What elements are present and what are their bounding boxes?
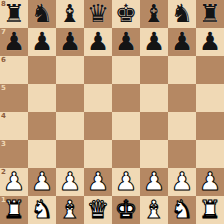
piece-black-pawn[interactable]: ♟ <box>115 28 137 56</box>
piece-black-pawn[interactable]: ♟ <box>171 28 193 56</box>
square-b8[interactable]: ♞ <box>28 0 56 28</box>
coordinate-rank-5: 5 <box>1 84 6 93</box>
piece-black-pawn[interactable]: ♟ <box>31 28 53 56</box>
piece-black-rook[interactable]: ♜ <box>199 0 221 28</box>
piece-white-pawn[interactable]: ♟ <box>143 168 165 196</box>
piece-black-knight[interactable]: ♞ <box>171 0 193 28</box>
square-d1[interactable]: ♛ <box>84 196 112 224</box>
square-b4[interactable] <box>28 112 56 140</box>
square-h2[interactable]: ♟ <box>196 168 224 196</box>
square-c3[interactable] <box>56 140 84 168</box>
chess-board-container: 8♜♞♝♛♚♝♞♜7♟♟♟♟♟♟♟♟65432♟♟♟♟♟♟♟♟1♜♞♝♛♚♝♞♜ <box>0 0 224 224</box>
piece-white-rook[interactable]: ♜ <box>3 196 25 224</box>
piece-white-pawn[interactable]: ♟ <box>59 168 81 196</box>
square-c4[interactable] <box>56 112 84 140</box>
square-e3[interactable] <box>112 140 140 168</box>
piece-white-pawn[interactable]: ♟ <box>31 168 53 196</box>
square-e5[interactable] <box>112 84 140 112</box>
square-a6[interactable]: 6 <box>0 56 28 84</box>
piece-black-pawn[interactable]: ♟ <box>87 28 109 56</box>
square-a1[interactable]: 1♜ <box>0 196 28 224</box>
square-a3[interactable]: 3 <box>0 140 28 168</box>
square-b7[interactable]: ♟ <box>28 28 56 56</box>
piece-white-pawn[interactable]: ♟ <box>115 168 137 196</box>
square-e8[interactable]: ♚ <box>112 0 140 28</box>
square-g2[interactable]: ♟ <box>168 168 196 196</box>
square-b2[interactable]: ♟ <box>28 168 56 196</box>
piece-white-queen[interactable]: ♛ <box>87 196 109 224</box>
square-c6[interactable] <box>56 56 84 84</box>
piece-white-knight[interactable]: ♞ <box>31 196 53 224</box>
square-e4[interactable] <box>112 112 140 140</box>
square-c5[interactable] <box>56 84 84 112</box>
square-h1[interactable]: ♜ <box>196 196 224 224</box>
piece-black-pawn[interactable]: ♟ <box>3 28 25 56</box>
square-c2[interactable]: ♟ <box>56 168 84 196</box>
square-b3[interactable] <box>28 140 56 168</box>
piece-white-pawn[interactable]: ♟ <box>87 168 109 196</box>
square-a8[interactable]: 8♜ <box>0 0 28 28</box>
square-f6[interactable] <box>140 56 168 84</box>
square-g6[interactable] <box>168 56 196 84</box>
piece-black-rook[interactable]: ♜ <box>3 0 25 28</box>
square-h8[interactable]: ♜ <box>196 0 224 28</box>
piece-white-bishop[interactable]: ♝ <box>143 196 165 224</box>
square-f8[interactable]: ♝ <box>140 0 168 28</box>
square-b5[interactable] <box>28 84 56 112</box>
square-b6[interactable] <box>28 56 56 84</box>
piece-black-knight[interactable]: ♞ <box>31 0 53 28</box>
coordinate-rank-6: 6 <box>1 56 6 65</box>
square-e7[interactable]: ♟ <box>112 28 140 56</box>
square-g3[interactable] <box>168 140 196 168</box>
square-a7[interactable]: 7♟ <box>0 28 28 56</box>
square-d5[interactable] <box>84 84 112 112</box>
square-e2[interactable]: ♟ <box>112 168 140 196</box>
square-e1[interactable]: ♚ <box>112 196 140 224</box>
square-a2[interactable]: 2♟ <box>0 168 28 196</box>
square-d2[interactable]: ♟ <box>84 168 112 196</box>
square-f2[interactable]: ♟ <box>140 168 168 196</box>
piece-black-pawn[interactable]: ♟ <box>143 28 165 56</box>
square-h4[interactable] <box>196 112 224 140</box>
square-d4[interactable] <box>84 112 112 140</box>
square-d8[interactable]: ♛ <box>84 0 112 28</box>
piece-black-pawn[interactable]: ♟ <box>199 28 221 56</box>
coordinate-rank-4: 4 <box>1 112 6 121</box>
piece-black-bishop[interactable]: ♝ <box>143 0 165 28</box>
square-c7[interactable]: ♟ <box>56 28 84 56</box>
square-d7[interactable]: ♟ <box>84 28 112 56</box>
square-f5[interactable] <box>140 84 168 112</box>
square-f4[interactable] <box>140 112 168 140</box>
square-f1[interactable]: ♝ <box>140 196 168 224</box>
square-d3[interactable] <box>84 140 112 168</box>
square-a5[interactable]: 5 <box>0 84 28 112</box>
square-a4[interactable]: 4 <box>0 112 28 140</box>
square-g7[interactable]: ♟ <box>168 28 196 56</box>
square-f3[interactable] <box>140 140 168 168</box>
piece-black-queen[interactable]: ♛ <box>87 0 109 28</box>
piece-white-pawn[interactable]: ♟ <box>199 168 221 196</box>
chess-board: 8♜♞♝♛♚♝♞♜7♟♟♟♟♟♟♟♟65432♟♟♟♟♟♟♟♟1♜♞♝♛♚♝♞♜ <box>0 0 224 224</box>
piece-black-pawn[interactable]: ♟ <box>59 28 81 56</box>
square-g1[interactable]: ♞ <box>168 196 196 224</box>
square-f7[interactable]: ♟ <box>140 28 168 56</box>
square-b1[interactable]: ♞ <box>28 196 56 224</box>
square-e6[interactable] <box>112 56 140 84</box>
piece-white-pawn[interactable]: ♟ <box>171 168 193 196</box>
piece-black-bishop[interactable]: ♝ <box>59 0 81 28</box>
square-h5[interactable] <box>196 84 224 112</box>
piece-white-rook[interactable]: ♜ <box>199 196 221 224</box>
coordinate-rank-3: 3 <box>1 140 6 149</box>
piece-white-knight[interactable]: ♞ <box>171 196 193 224</box>
square-h7[interactable]: ♟ <box>196 28 224 56</box>
square-h6[interactable] <box>196 56 224 84</box>
square-g5[interactable] <box>168 84 196 112</box>
square-g8[interactable]: ♞ <box>168 0 196 28</box>
square-d6[interactable] <box>84 56 112 84</box>
piece-white-pawn[interactable]: ♟ <box>3 168 25 196</box>
piece-black-king[interactable]: ♚ <box>115 0 137 28</box>
square-c8[interactable]: ♝ <box>56 0 84 28</box>
piece-white-bishop[interactable]: ♝ <box>59 196 81 224</box>
square-g4[interactable] <box>168 112 196 140</box>
square-c1[interactable]: ♝ <box>56 196 84 224</box>
square-h3[interactable] <box>196 140 224 168</box>
piece-white-king[interactable]: ♚ <box>115 196 137 224</box>
